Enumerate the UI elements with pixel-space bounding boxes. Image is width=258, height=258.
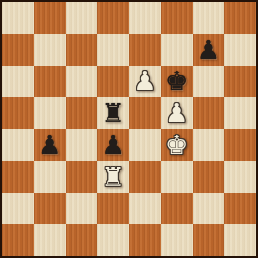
square-h1[interactable] bbox=[224, 224, 256, 256]
square-f3[interactable] bbox=[161, 161, 193, 193]
square-d2[interactable] bbox=[97, 193, 129, 225]
square-g6[interactable] bbox=[193, 66, 225, 98]
square-a5[interactable] bbox=[2, 97, 34, 129]
square-c2[interactable] bbox=[66, 193, 98, 225]
square-d7[interactable] bbox=[97, 34, 129, 66]
square-b2[interactable] bbox=[34, 193, 66, 225]
square-a7[interactable] bbox=[2, 34, 34, 66]
square-f1[interactable] bbox=[161, 224, 193, 256]
square-a6[interactable] bbox=[2, 66, 34, 98]
square-e3[interactable] bbox=[129, 161, 161, 193]
square-g8[interactable] bbox=[193, 2, 225, 34]
square-f7[interactable] bbox=[161, 34, 193, 66]
square-g1[interactable] bbox=[193, 224, 225, 256]
square-c5[interactable] bbox=[66, 97, 98, 129]
square-e5[interactable] bbox=[129, 97, 161, 129]
square-f4[interactable]: ♚ bbox=[161, 129, 193, 161]
square-g5[interactable] bbox=[193, 97, 225, 129]
square-a8[interactable] bbox=[2, 2, 34, 34]
black-king-f6[interactable]: ♚ bbox=[165, 68, 188, 94]
square-b8[interactable] bbox=[34, 2, 66, 34]
square-h5[interactable] bbox=[224, 97, 256, 129]
square-b6[interactable] bbox=[34, 66, 66, 98]
square-e7[interactable] bbox=[129, 34, 161, 66]
square-e6[interactable]: ♟ bbox=[129, 66, 161, 98]
square-h6[interactable] bbox=[224, 66, 256, 98]
square-h2[interactable] bbox=[224, 193, 256, 225]
square-f2[interactable] bbox=[161, 193, 193, 225]
square-f6[interactable]: ♚ bbox=[161, 66, 193, 98]
square-a1[interactable] bbox=[2, 224, 34, 256]
black-rook-d5[interactable]: ♜ bbox=[101, 100, 124, 126]
square-h8[interactable] bbox=[224, 2, 256, 34]
square-d5[interactable]: ♜ bbox=[97, 97, 129, 129]
square-a2[interactable] bbox=[2, 193, 34, 225]
square-f8[interactable] bbox=[161, 2, 193, 34]
square-c4[interactable] bbox=[66, 129, 98, 161]
square-d8[interactable] bbox=[97, 2, 129, 34]
square-b5[interactable] bbox=[34, 97, 66, 129]
square-d6[interactable] bbox=[97, 66, 129, 98]
black-pawn-d4[interactable]: ♟ bbox=[101, 132, 124, 158]
square-d4[interactable]: ♟ bbox=[97, 129, 129, 161]
square-g4[interactable] bbox=[193, 129, 225, 161]
square-c1[interactable] bbox=[66, 224, 98, 256]
square-c8[interactable] bbox=[66, 2, 98, 34]
square-c7[interactable] bbox=[66, 34, 98, 66]
white-pawn-e6[interactable]: ♟ bbox=[133, 68, 156, 94]
square-a4[interactable] bbox=[2, 129, 34, 161]
square-g7[interactable]: ♟ bbox=[193, 34, 225, 66]
square-e4[interactable] bbox=[129, 129, 161, 161]
square-b4[interactable]: ♟ bbox=[34, 129, 66, 161]
black-pawn-b4[interactable]: ♟ bbox=[38, 132, 61, 158]
black-pawn-g7[interactable]: ♟ bbox=[197, 37, 220, 63]
chess-board-frame: ♟♟♚♜♟♟♟♚♜ bbox=[0, 0, 258, 258]
square-b7[interactable] bbox=[34, 34, 66, 66]
white-rook-d3[interactable]: ♜ bbox=[101, 164, 124, 190]
square-h4[interactable] bbox=[224, 129, 256, 161]
square-a3[interactable] bbox=[2, 161, 34, 193]
square-e2[interactable] bbox=[129, 193, 161, 225]
square-g2[interactable] bbox=[193, 193, 225, 225]
square-e8[interactable] bbox=[129, 2, 161, 34]
square-b3[interactable] bbox=[34, 161, 66, 193]
square-f5[interactable]: ♟ bbox=[161, 97, 193, 129]
square-d3[interactable]: ♜ bbox=[97, 161, 129, 193]
square-c6[interactable] bbox=[66, 66, 98, 98]
square-h7[interactable] bbox=[224, 34, 256, 66]
square-h3[interactable] bbox=[224, 161, 256, 193]
square-g3[interactable] bbox=[193, 161, 225, 193]
square-c3[interactable] bbox=[66, 161, 98, 193]
square-b1[interactable] bbox=[34, 224, 66, 256]
square-e1[interactable] bbox=[129, 224, 161, 256]
chess-board: ♟♟♚♜♟♟♟♚♜ bbox=[2, 2, 256, 256]
square-d1[interactable] bbox=[97, 224, 129, 256]
white-pawn-f5[interactable]: ♟ bbox=[165, 100, 188, 126]
white-king-f4[interactable]: ♚ bbox=[165, 132, 188, 158]
